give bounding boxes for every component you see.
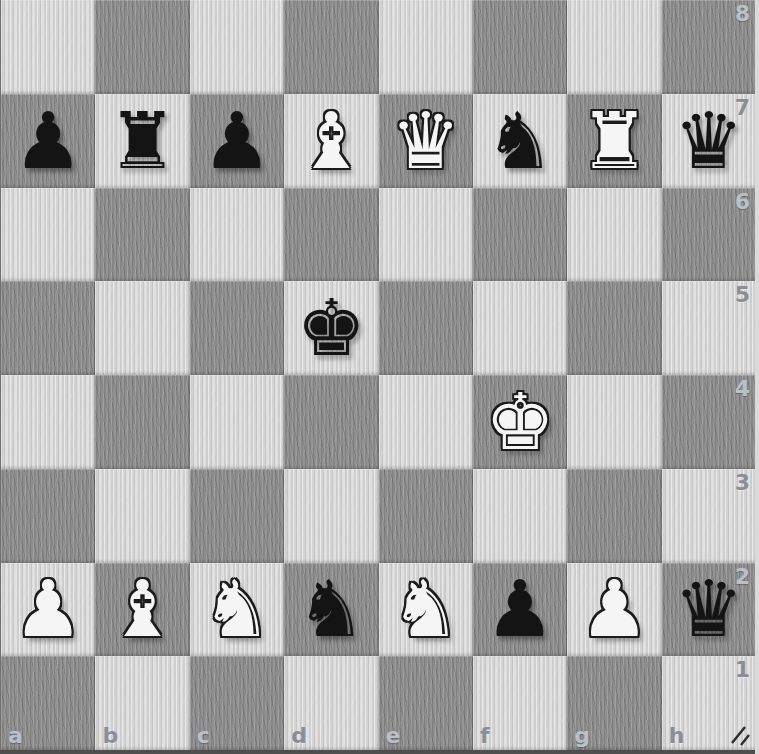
square-c1[interactable]: c xyxy=(190,656,284,750)
square-e7[interactable]: ♛ xyxy=(379,94,473,188)
rank-label-6: 6 xyxy=(735,191,750,213)
square-h7[interactable]: 7♛ xyxy=(662,94,756,188)
chess-board: 8♟♜♟♝♛♞♜7♛6♚5♚43♟♝♞♞♞♟♟2♛abcdefgh1 xyxy=(0,0,756,750)
file-label-b: b xyxy=(102,725,118,747)
square-c8[interactable] xyxy=(190,0,284,94)
piece-black-king[interactable]: ♚ xyxy=(296,289,366,367)
square-b1[interactable]: b xyxy=(95,656,189,750)
square-h4[interactable]: 4 xyxy=(662,375,756,469)
square-h2[interactable]: 2♛ xyxy=(662,563,756,657)
piece-black-queen[interactable]: ♛ xyxy=(674,570,744,648)
square-e5[interactable] xyxy=(379,281,473,375)
square-d5[interactable]: ♚ xyxy=(284,281,378,375)
square-g6[interactable] xyxy=(567,188,661,282)
square-f5[interactable] xyxy=(473,281,567,375)
square-c7[interactable]: ♟ xyxy=(190,94,284,188)
square-a7[interactable]: ♟ xyxy=(1,94,95,188)
piece-black-knight[interactable]: ♞ xyxy=(485,102,555,180)
file-label-h: h xyxy=(669,725,685,747)
square-f2[interactable]: ♟ xyxy=(473,563,567,657)
square-e8[interactable] xyxy=(379,0,473,94)
square-d6[interactable] xyxy=(284,188,378,282)
square-a4[interactable] xyxy=(1,375,95,469)
square-d1[interactable]: d xyxy=(284,656,378,750)
square-b7[interactable]: ♜ xyxy=(95,94,189,188)
piece-white-bishop[interactable]: ♝ xyxy=(108,570,178,648)
square-f8[interactable] xyxy=(473,0,567,94)
square-e1[interactable]: e xyxy=(379,656,473,750)
board-bottom-edge xyxy=(0,750,755,754)
square-e2[interactable]: ♞ xyxy=(379,563,473,657)
rank-label-3: 3 xyxy=(735,472,750,494)
square-a3[interactable] xyxy=(1,469,95,563)
file-label-e: e xyxy=(386,725,401,747)
square-f6[interactable] xyxy=(473,188,567,282)
piece-white-pawn[interactable]: ♟ xyxy=(13,570,83,648)
square-c5[interactable] xyxy=(190,281,284,375)
file-label-f: f xyxy=(480,725,490,747)
piece-black-knight[interactable]: ♞ xyxy=(296,570,366,648)
piece-black-pawn[interactable]: ♟ xyxy=(202,102,272,180)
piece-white-knight[interactable]: ♞ xyxy=(391,570,461,648)
square-b8[interactable] xyxy=(95,0,189,94)
square-h3[interactable]: 3 xyxy=(662,469,756,563)
piece-black-queen[interactable]: ♛ xyxy=(674,102,744,180)
square-c2[interactable]: ♞ xyxy=(190,563,284,657)
file-label-d: d xyxy=(291,725,307,747)
square-d3[interactable] xyxy=(284,469,378,563)
square-d8[interactable] xyxy=(284,0,378,94)
square-e4[interactable] xyxy=(379,375,473,469)
square-h6[interactable]: 6 xyxy=(662,188,756,282)
square-b6[interactable] xyxy=(95,188,189,282)
chess-diagram: 8♟♜♟♝♛♞♜7♛6♚5♚43♟♝♞♞♞♟♟2♛abcdefgh1 xyxy=(0,0,759,754)
square-g5[interactable] xyxy=(567,281,661,375)
piece-black-pawn[interactable]: ♟ xyxy=(485,570,555,648)
file-label-c: c xyxy=(197,725,210,747)
board-right-edge xyxy=(755,0,759,754)
square-a1[interactable]: a xyxy=(1,656,95,750)
square-e3[interactable] xyxy=(379,469,473,563)
square-h5[interactable]: 5 xyxy=(662,281,756,375)
rank-label-8: 8 xyxy=(735,3,750,25)
square-h8[interactable]: 8 xyxy=(662,0,756,94)
square-g7[interactable]: ♜ xyxy=(567,94,661,188)
square-b2[interactable]: ♝ xyxy=(95,563,189,657)
file-label-g: g xyxy=(574,725,590,747)
square-f4[interactable]: ♚ xyxy=(473,375,567,469)
resize-handle-icon[interactable] xyxy=(728,723,752,747)
piece-white-rook[interactable]: ♜ xyxy=(579,102,649,180)
square-f1[interactable]: f xyxy=(473,656,567,750)
square-a5[interactable] xyxy=(1,281,95,375)
square-a2[interactable]: ♟ xyxy=(1,563,95,657)
square-g3[interactable] xyxy=(567,469,661,563)
piece-white-king[interactable]: ♚ xyxy=(485,383,555,461)
file-label-a: a xyxy=(8,725,23,747)
square-g8[interactable] xyxy=(567,0,661,94)
square-c3[interactable] xyxy=(190,469,284,563)
rank-label-4: 4 xyxy=(735,378,750,400)
square-g1[interactable]: g xyxy=(567,656,661,750)
square-f3[interactable] xyxy=(473,469,567,563)
square-d4[interactable] xyxy=(284,375,378,469)
square-f7[interactable]: ♞ xyxy=(473,94,567,188)
piece-white-knight[interactable]: ♞ xyxy=(202,570,272,648)
rank-label-1: 1 xyxy=(735,659,750,681)
piece-black-rook[interactable]: ♜ xyxy=(108,102,178,180)
square-c4[interactable] xyxy=(190,375,284,469)
square-d2[interactable]: ♞ xyxy=(284,563,378,657)
square-b4[interactable] xyxy=(95,375,189,469)
piece-black-pawn[interactable]: ♟ xyxy=(13,102,83,180)
square-a8[interactable] xyxy=(1,0,95,94)
square-a6[interactable] xyxy=(1,188,95,282)
rank-label-5: 5 xyxy=(735,284,750,306)
piece-white-queen[interactable]: ♛ xyxy=(391,102,461,180)
square-e6[interactable] xyxy=(379,188,473,282)
piece-white-pawn[interactable]: ♟ xyxy=(579,570,649,648)
square-b5[interactable] xyxy=(95,281,189,375)
square-b3[interactable] xyxy=(95,469,189,563)
square-d7[interactable]: ♝ xyxy=(284,94,378,188)
square-c6[interactable] xyxy=(190,188,284,282)
piece-white-bishop[interactable]: ♝ xyxy=(296,102,366,180)
square-g4[interactable] xyxy=(567,375,661,469)
square-g2[interactable]: ♟ xyxy=(567,563,661,657)
